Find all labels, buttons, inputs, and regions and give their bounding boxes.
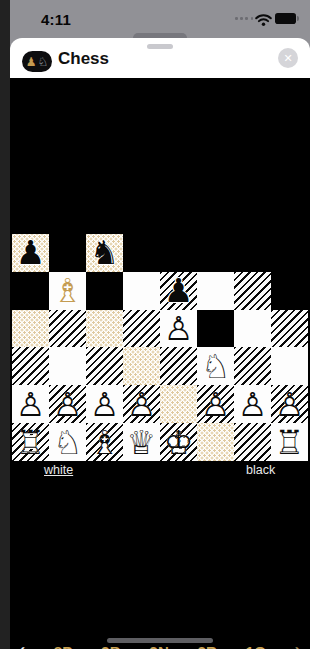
square-b1[interactable]: ♞♘ (49, 423, 86, 461)
piece-wP: ♙ (160, 310, 197, 348)
piece-wP: ♙ (49, 385, 86, 423)
square-f3[interactable]: ♞♘ (197, 347, 234, 385)
piece-wP-fill: ♟ (234, 385, 271, 423)
piece-wN-fill: ♞ (197, 347, 234, 385)
black-player-label[interactable]: black (246, 463, 275, 477)
square-g7[interactable] (234, 196, 271, 234)
battery-icon (275, 13, 296, 24)
next-page-icon[interactable]: › (295, 640, 302, 649)
square-d6[interactable] (123, 234, 160, 272)
piece-wR-fill: ♜ (12, 423, 49, 461)
square-b5[interactable]: ♝♗ (49, 272, 86, 310)
close-icon: ✕ (283, 52, 292, 65)
square-g1[interactable] (234, 423, 271, 461)
piece-wB: ♗ (86, 423, 123, 461)
square-h8[interactable] (271, 158, 308, 196)
square-d5[interactable] (123, 272, 160, 310)
icon-knight-glyph: ♘ (38, 56, 49, 68)
piece-wK-fill: ♚ (160, 423, 197, 461)
square-b8[interactable] (49, 158, 86, 196)
piece-wP: ♙ (12, 385, 49, 423)
square-h4[interactable] (271, 310, 308, 348)
piece-wP-fill: ♟ (123, 385, 160, 423)
piece-wQ: ♕ (123, 423, 160, 461)
square-a5[interactable] (12, 272, 49, 310)
square-c2[interactable]: ♟♙ (86, 385, 123, 423)
sheet-title: Chess (58, 38, 109, 78)
piece-wR: ♖ (271, 423, 308, 461)
piece-wQ-fill: ♛ (123, 423, 160, 461)
piece-wP: ♙ (197, 385, 234, 423)
square-h3[interactable] (271, 347, 308, 385)
square-c3[interactable] (86, 347, 123, 385)
piece-wP: ♙ (86, 385, 123, 423)
piece-wP-fill: ♟ (49, 385, 86, 423)
square-b6[interactable] (49, 234, 86, 272)
square-e5[interactable]: ♟ (160, 272, 197, 310)
square-c1[interactable]: ♝♗ (86, 423, 123, 461)
piece-wK: ♔ (160, 423, 197, 461)
white-player-label[interactable]: white (44, 463, 73, 477)
square-e4[interactable]: ♟♙ (160, 310, 197, 348)
square-g6[interactable] (234, 234, 271, 272)
square-a2[interactable]: ♟♙ (12, 385, 49, 423)
square-e7[interactable] (160, 196, 197, 234)
square-h7[interactable] (271, 196, 308, 234)
square-h5[interactable] (271, 272, 308, 310)
piece-wP: ♙ (234, 385, 271, 423)
piece-wP-fill: ♟ (12, 385, 49, 423)
captures-rooks: 2R (197, 643, 217, 649)
chess-board: ♟♞♝♗♟♟♙♞♘♟♙♟♙♟♙♟♙♟♙♟♙♟♙♜♖♞♘♝♗♛♕♚♔♜♖ (12, 158, 308, 461)
home-indicator[interactable] (107, 638, 213, 643)
square-g2[interactable]: ♟♙ (234, 385, 271, 423)
square-c8[interactable] (86, 158, 123, 196)
piece-gB: ♗ (49, 272, 86, 310)
square-f6[interactable] (197, 234, 234, 272)
piece-wP: ♙ (123, 385, 160, 423)
piece-wR: ♖ (12, 423, 49, 461)
square-b2[interactable]: ♟♙ (49, 385, 86, 423)
prev-page-icon[interactable]: ‹ (18, 640, 25, 649)
piece-bP: ♟ (160, 272, 197, 310)
piece-wR-fill: ♜ (271, 423, 308, 461)
square-b4[interactable] (49, 310, 86, 348)
square-d1[interactable]: ♛♕ (123, 423, 160, 461)
square-b7[interactable] (49, 196, 86, 234)
square-e8[interactable] (160, 158, 197, 196)
square-c4[interactable] (86, 310, 123, 348)
square-d3[interactable] (123, 347, 160, 385)
square-h2[interactable]: ♟♙ (271, 385, 308, 423)
sheet-grab-handle[interactable] (147, 44, 173, 49)
sheet-header: ♟ ♘ Chess ✕ (10, 38, 310, 78)
piece-wN: ♘ (49, 423, 86, 461)
square-e1[interactable]: ♚♔ (160, 423, 197, 461)
square-d4[interactable] (123, 310, 160, 348)
piece-wP-fill: ♟ (271, 385, 308, 423)
square-a7[interactable] (12, 196, 49, 234)
piece-wP-fill: ♟ (86, 385, 123, 423)
captures-knights: 2N (149, 643, 169, 649)
square-c7[interactable] (86, 196, 123, 234)
cellular-signal-icon (235, 17, 253, 20)
chess-app-icon: ♟ ♘ (22, 51, 52, 72)
square-d2[interactable]: ♟♙ (123, 385, 160, 423)
square-a1[interactable]: ♜♖ (12, 423, 49, 461)
captures-pawns: 8P (54, 643, 73, 649)
square-f2[interactable]: ♟♙ (197, 385, 234, 423)
piece-gB-fill: ♝ (49, 272, 86, 310)
piece-wN: ♘ (197, 347, 234, 385)
square-c5[interactable] (86, 272, 123, 310)
square-g8[interactable] (234, 158, 271, 196)
square-a3[interactable] (12, 347, 49, 385)
square-h1[interactable]: ♜♖ (271, 423, 308, 461)
piece-wN-fill: ♞ (49, 423, 86, 461)
wifi-icon (255, 12, 272, 30)
square-e2[interactable] (160, 385, 197, 423)
square-f8[interactable] (197, 158, 234, 196)
square-g3[interactable] (234, 347, 271, 385)
square-g5[interactable] (234, 272, 271, 310)
captures-queens: 1Q (246, 643, 267, 649)
captures-bishops: 2B (101, 643, 121, 649)
square-f4[interactable] (197, 310, 234, 348)
piece-bP: ♟ (12, 234, 49, 272)
square-a4[interactable] (12, 310, 49, 348)
square-e6[interactable] (160, 234, 197, 272)
square-d7[interactable] (123, 196, 160, 234)
square-h6[interactable] (271, 234, 308, 272)
square-a6[interactable]: ♟ (12, 234, 49, 272)
square-c6[interactable]: ♞ (86, 234, 123, 272)
chess-app-screen: 4:11 ♟ ♘ Chess ✕ Use a spy to explore un… (10, 0, 310, 649)
square-f1[interactable] (197, 423, 234, 461)
square-a8[interactable] (12, 158, 49, 196)
close-button[interactable]: ✕ (278, 48, 298, 68)
piece-bN: ♞ (86, 234, 123, 272)
status-time: 4:11 (41, 11, 71, 28)
square-e3[interactable] (160, 347, 197, 385)
square-g4[interactable] (234, 310, 271, 348)
square-b3[interactable] (49, 347, 86, 385)
piece-wB-fill: ♝ (86, 423, 123, 461)
sheet-body: Use a spy to explore unknown territory! … (10, 78, 310, 649)
square-f7[interactable] (197, 196, 234, 234)
piece-wP-fill: ♟ (160, 310, 197, 348)
square-d8[interactable] (123, 158, 160, 196)
piece-wP-fill: ♟ (197, 385, 234, 423)
square-f5[interactable] (197, 272, 234, 310)
icon-pawn-glyph: ♟ (26, 56, 37, 68)
piece-wP: ♙ (271, 385, 308, 423)
